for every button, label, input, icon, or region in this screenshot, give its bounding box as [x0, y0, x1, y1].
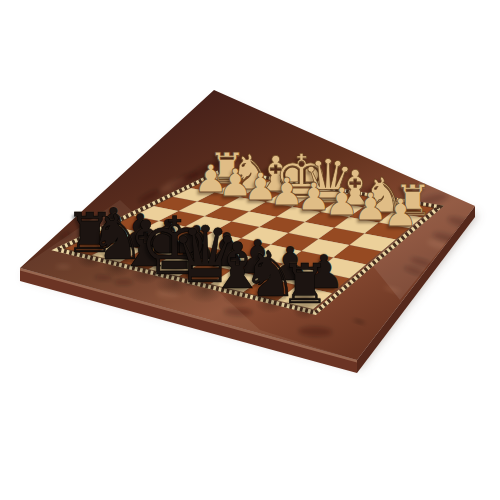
chess-board — [0, 0, 500, 500]
chessboard-photo: ♜♞♟♝♟♚♟♛♟♝♟♞♟♜♟♟♟♟♜♟♞♟♝♟♚♟♛♟♝♟♞♜ — [0, 0, 500, 500]
